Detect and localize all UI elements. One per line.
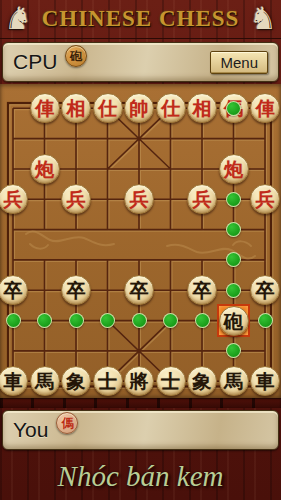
piece-black-soldier[interactable]: 卒 <box>124 275 154 305</box>
captured-piece-icon-you: 傌 <box>56 412 78 434</box>
piece-black-soldier[interactable]: 卒 <box>61 275 91 305</box>
app-title: CHINESE CHESS <box>42 6 240 32</box>
piece-red-soldier[interactable]: 兵 <box>187 184 217 214</box>
piece-red-chariot[interactable]: 俥 <box>30 93 60 123</box>
xiangqi-board[interactable]: ✳俥相仕帥仕相傌俥炮炮兵兵兵兵兵卒卒卒卒卒砲車馬象士將士象馬車 <box>0 84 281 398</box>
piece-red-advisor[interactable]: 仕 <box>156 93 186 123</box>
piece-black-soldier[interactable]: 卒 <box>0 275 28 305</box>
cpu-bar: CPU 砲 Menu <box>0 38 281 84</box>
legal-move-dot[interactable] <box>69 313 84 328</box>
piece-black-chariot[interactable]: 車 <box>0 366 28 396</box>
cpu-panel: CPU 砲 Menu <box>2 42 279 82</box>
piece-red-cannon[interactable]: 炮 <box>219 154 249 184</box>
piece-red-advisor[interactable]: 仕 <box>93 93 123 123</box>
you-bar: You 傌 <box>0 408 281 452</box>
piece-red-soldier[interactable]: 兵 <box>250 184 280 214</box>
piece-black-soldier[interactable]: 卒 <box>187 275 217 305</box>
piece-black-chariot[interactable]: 車 <box>250 366 280 396</box>
piece-black-elephant[interactable]: 象 <box>61 366 91 396</box>
footer: Nhóc bán kem <box>0 452 281 500</box>
piece-red-general[interactable]: 帥 <box>124 93 154 123</box>
piece-black-horse[interactable]: 馬 <box>219 366 249 396</box>
legal-move-dot[interactable] <box>226 222 241 237</box>
player-name: Nhóc bán kem <box>58 460 224 493</box>
chinese-chess-app: ♞ CHINESE CHESS ♞ CPU 砲 Menu ✳俥相仕帥仕相傌俥炮炮… <box>0 0 281 500</box>
capture-move-dot[interactable] <box>226 101 241 116</box>
legal-move-dot[interactable] <box>226 343 241 358</box>
legal-move-dot[interactable] <box>132 313 147 328</box>
legal-move-dot[interactable] <box>163 313 178 328</box>
legal-move-dot[interactable] <box>100 313 115 328</box>
legal-move-dot[interactable] <box>226 252 241 267</box>
you-panel: You 傌 <box>2 410 279 450</box>
captured-piece-icon-cpu: 砲 <box>65 45 87 67</box>
piece-black-general[interactable]: 將 <box>124 366 154 396</box>
piece-red-soldier[interactable]: 兵 <box>124 184 154 214</box>
piece-black-cannon[interactable]: 砲 <box>219 306 249 336</box>
chess-knight-icon: ♞ <box>249 0 277 38</box>
board-frame-strip <box>0 398 281 408</box>
piece-black-elephant[interactable]: 象 <box>187 366 217 396</box>
piece-red-chariot[interactable]: 俥 <box>250 93 280 123</box>
legal-move-dot[interactable] <box>226 192 241 207</box>
piece-red-cannon[interactable]: 炮 <box>30 154 60 184</box>
piece-black-advisor[interactable]: 士 <box>93 366 123 396</box>
piece-red-elephant[interactable]: 相 <box>61 93 91 123</box>
piece-black-soldier[interactable]: 卒 <box>250 275 280 305</box>
chess-knight-icon: ♞ <box>4 0 32 38</box>
piece-black-advisor[interactable]: 士 <box>156 366 186 396</box>
piece-red-soldier[interactable]: 兵 <box>0 184 28 214</box>
you-label: You <box>13 418 48 442</box>
legal-move-dot[interactable] <box>6 313 21 328</box>
legal-move-dot[interactable] <box>258 313 273 328</box>
cpu-label: CPU <box>13 50 57 74</box>
pieces-layer: ✳俥相仕帥仕相傌俥炮炮兵兵兵兵兵卒卒卒卒卒砲車馬象士將士象馬車 <box>0 84 281 398</box>
legal-move-dot[interactable] <box>226 283 241 298</box>
menu-button[interactable]: Menu <box>210 51 268 74</box>
legal-move-dot[interactable] <box>195 313 210 328</box>
title-bar: ♞ CHINESE CHESS ♞ <box>0 0 281 38</box>
piece-black-horse[interactable]: 馬 <box>30 366 60 396</box>
piece-red-elephant[interactable]: 相 <box>187 93 217 123</box>
piece-red-soldier[interactable]: 兵 <box>61 184 91 214</box>
